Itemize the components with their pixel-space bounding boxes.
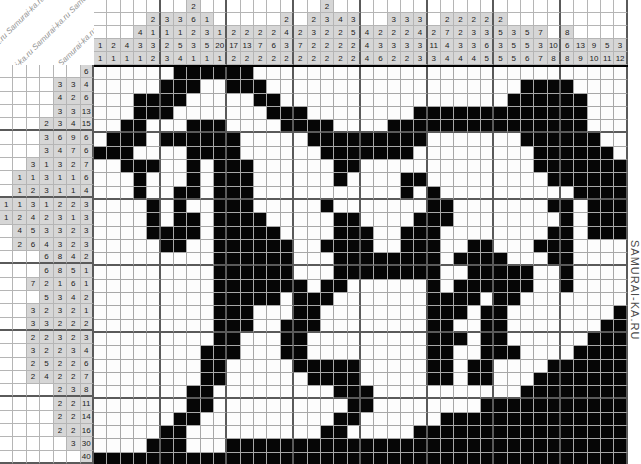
grid-cell-empty[interactable]: [428, 386, 441, 399]
grid-cell-filled[interactable]: [308, 306, 321, 319]
grid-cell-empty[interactable]: [267, 160, 280, 173]
grid-cell-filled[interactable]: [308, 293, 321, 306]
grid-cell-filled[interactable]: [454, 120, 467, 133]
grid-cell-empty[interactable]: [134, 67, 147, 80]
grid-cell-filled[interactable]: [321, 373, 334, 386]
grid-cell-empty[interactable]: [588, 253, 601, 266]
grid-cell-empty[interactable]: [227, 386, 240, 399]
grid-cell-empty[interactable]: [294, 373, 307, 386]
grid-cell-empty[interactable]: [161, 306, 174, 319]
grid-cell-empty[interactable]: [548, 187, 561, 200]
grid-cell-filled[interactable]: [294, 360, 307, 373]
grid-cell-empty[interactable]: [267, 120, 280, 133]
grid-cell-filled[interactable]: [468, 373, 481, 386]
grid-cell-filled[interactable]: [614, 187, 627, 200]
grid-cell-empty[interactable]: [508, 386, 521, 399]
grid-cell-filled[interactable]: [294, 439, 307, 452]
grid-cell-empty[interactable]: [107, 293, 120, 306]
grid-cell-filled[interactable]: [414, 453, 427, 464]
grid-cell-empty[interactable]: [254, 346, 267, 359]
grid-cell-empty[interactable]: [147, 240, 160, 253]
grid-cell-filled[interactable]: [574, 453, 587, 464]
grid-cell-filled[interactable]: [521, 107, 534, 120]
grid-cell-empty[interactable]: [454, 373, 467, 386]
grid-cell-filled[interactable]: [428, 253, 441, 266]
grid-cell-filled[interactable]: [614, 213, 627, 226]
grid-cell-empty[interactable]: [468, 399, 481, 412]
grid-cell-empty[interactable]: [174, 266, 187, 279]
grid-cell-empty[interactable]: [267, 346, 280, 359]
grid-cell-empty[interactable]: [401, 426, 414, 439]
grid-cell-empty[interactable]: [468, 67, 481, 80]
grid-cell-empty[interactable]: [361, 426, 374, 439]
grid-cell-filled[interactable]: [214, 187, 227, 200]
grid-cell-empty[interactable]: [201, 187, 214, 200]
grid-cell-empty[interactable]: [468, 133, 481, 146]
grid-cell-empty[interactable]: [161, 320, 174, 333]
grid-cell-empty[interactable]: [521, 253, 534, 266]
grid-cell-filled[interactable]: [241, 439, 254, 452]
grid-cell-empty[interactable]: [147, 120, 160, 133]
grid-cell-filled[interactable]: [281, 439, 294, 452]
grid-cell-empty[interactable]: [454, 213, 467, 226]
grid-cell-filled[interactable]: [428, 360, 441, 373]
grid-cell-filled[interactable]: [348, 373, 361, 386]
grid-cell-filled[interactable]: [187, 80, 200, 93]
grid-cell-empty[interactable]: [94, 373, 107, 386]
grid-cell-empty[interactable]: [227, 399, 240, 412]
grid-cell-empty[interactable]: [187, 94, 200, 107]
grid-cell-filled[interactable]: [414, 133, 427, 146]
grid-cell-empty[interactable]: [508, 173, 521, 186]
grid-cell-empty[interactable]: [388, 67, 401, 80]
grid-cell-filled[interactable]: [414, 426, 427, 439]
grid-cell-filled[interactable]: [614, 399, 627, 412]
grid-cell-empty[interactable]: [454, 67, 467, 80]
grid-cell-filled[interactable]: [521, 266, 534, 279]
grid-cell-empty[interactable]: [481, 293, 494, 306]
grid-cell-empty[interactable]: [254, 360, 267, 373]
grid-cell-filled[interactable]: [548, 360, 561, 373]
grid-cell-filled[interactable]: [294, 280, 307, 293]
grid-cell-empty[interactable]: [361, 306, 374, 319]
grid-cell-empty[interactable]: [227, 360, 240, 373]
grid-cell-empty[interactable]: [94, 133, 107, 146]
grid-cell-filled[interactable]: [227, 227, 240, 240]
grid-cell-empty[interactable]: [201, 173, 214, 186]
grid-cell-empty[interactable]: [187, 107, 200, 120]
grid-cell-filled[interactable]: [454, 453, 467, 464]
grid-cell-filled[interactable]: [428, 306, 441, 319]
grid-cell-empty[interactable]: [254, 200, 267, 213]
grid-cell-empty[interactable]: [414, 320, 427, 333]
grid-cell-empty[interactable]: [241, 333, 254, 346]
grid-cell-filled[interactable]: [481, 240, 494, 253]
grid-cell-empty[interactable]: [254, 133, 267, 146]
grid-cell-empty[interactable]: [374, 200, 387, 213]
grid-cell-empty[interactable]: [601, 253, 614, 266]
grid-cell-empty[interactable]: [134, 293, 147, 306]
grid-cell-empty[interactable]: [241, 120, 254, 133]
grid-cell-filled[interactable]: [561, 386, 574, 399]
grid-cell-filled[interactable]: [334, 240, 347, 253]
grid-cell-empty[interactable]: [94, 67, 107, 80]
grid-cell-filled[interactable]: [561, 399, 574, 412]
grid-cell-empty[interactable]: [468, 160, 481, 173]
grid-cell-empty[interactable]: [521, 306, 534, 319]
grid-cell-empty[interactable]: [201, 439, 214, 452]
grid-cell-empty[interactable]: [574, 227, 587, 240]
grid-cell-empty[interactable]: [414, 94, 427, 107]
grid-cell-empty[interactable]: [321, 399, 334, 412]
grid-cell-filled[interactable]: [601, 346, 614, 359]
grid-cell-filled[interactable]: [214, 240, 227, 253]
grid-cell-empty[interactable]: [481, 187, 494, 200]
grid-cell-empty[interactable]: [107, 120, 120, 133]
grid-cell-empty[interactable]: [107, 173, 120, 186]
grid-cell-empty[interactable]: [267, 360, 280, 373]
grid-cell-empty[interactable]: [428, 80, 441, 93]
grid-cell-empty[interactable]: [401, 160, 414, 173]
grid-cell-filled[interactable]: [227, 67, 240, 80]
grid-cell-empty[interactable]: [161, 293, 174, 306]
grid-cell-filled[interactable]: [428, 320, 441, 333]
grid-cell-filled[interactable]: [601, 373, 614, 386]
grid-cell-filled[interactable]: [227, 240, 240, 253]
grid-cell-filled[interactable]: [468, 240, 481, 253]
grid-cell-empty[interactable]: [428, 67, 441, 80]
grid-cell-empty[interactable]: [441, 80, 454, 93]
grid-cell-empty[interactable]: [187, 346, 200, 359]
grid-cell-filled[interactable]: [441, 213, 454, 226]
grid-cell-empty[interactable]: [281, 386, 294, 399]
grid-cell-filled[interactable]: [601, 360, 614, 373]
grid-cell-filled[interactable]: [201, 360, 214, 373]
grid-cell-filled[interactable]: [241, 227, 254, 240]
grid-cell-empty[interactable]: [614, 266, 627, 279]
grid-cell-filled[interactable]: [494, 120, 507, 133]
grid-cell-empty[interactable]: [121, 439, 134, 452]
grid-cell-empty[interactable]: [361, 360, 374, 373]
grid-cell-empty[interactable]: [454, 200, 467, 213]
grid-cell-filled[interactable]: [334, 439, 347, 452]
grid-cell-empty[interactable]: [321, 80, 334, 93]
grid-cell-filled[interactable]: [508, 94, 521, 107]
grid-cell-filled[interactable]: [548, 80, 561, 93]
grid-cell-filled[interactable]: [348, 213, 361, 226]
grid-cell-filled[interactable]: [561, 120, 574, 133]
grid-cell-filled[interactable]: [227, 346, 240, 359]
grid-cell-empty[interactable]: [174, 320, 187, 333]
grid-cell-filled[interactable]: [548, 107, 561, 120]
grid-cell-empty[interactable]: [508, 320, 521, 333]
grid-cell-empty[interactable]: [574, 67, 587, 80]
grid-cell-filled[interactable]: [227, 173, 240, 186]
grid-cell-filled[interactable]: [414, 227, 427, 240]
grid-cell-empty[interactable]: [414, 293, 427, 306]
grid-cell-empty[interactable]: [614, 147, 627, 160]
grid-cell-filled[interactable]: [481, 373, 494, 386]
grid-cell-filled[interactable]: [174, 240, 187, 253]
grid-cell-empty[interactable]: [361, 187, 374, 200]
grid-cell-empty[interactable]: [374, 373, 387, 386]
grid-cell-empty[interactable]: [308, 187, 321, 200]
grid-cell-empty[interactable]: [161, 333, 174, 346]
grid-cell-filled[interactable]: [481, 280, 494, 293]
grid-cell-empty[interactable]: [361, 213, 374, 226]
grid-cell-empty[interactable]: [494, 67, 507, 80]
grid-cell-filled[interactable]: [121, 147, 134, 160]
grid-cell-empty[interactable]: [227, 373, 240, 386]
grid-cell-filled[interactable]: [401, 253, 414, 266]
grid-cell-empty[interactable]: [588, 107, 601, 120]
grid-cell-empty[interactable]: [601, 306, 614, 319]
grid-cell-filled[interactable]: [361, 453, 374, 464]
grid-cell-empty[interactable]: [107, 240, 120, 253]
grid-cell-filled[interactable]: [614, 360, 627, 373]
grid-cell-empty[interactable]: [481, 213, 494, 226]
grid-cell-empty[interactable]: [134, 253, 147, 266]
grid-cell-filled[interactable]: [614, 373, 627, 386]
grid-cell-empty[interactable]: [321, 266, 334, 279]
grid-cell-empty[interactable]: [428, 413, 441, 426]
grid-cell-filled[interactable]: [187, 133, 200, 146]
grid-cell-filled[interactable]: [107, 133, 120, 146]
grid-cell-empty[interactable]: [428, 173, 441, 186]
grid-cell-filled[interactable]: [588, 453, 601, 464]
grid-cell-filled[interactable]: [308, 360, 321, 373]
grid-cell-empty[interactable]: [454, 227, 467, 240]
grid-cell-filled[interactable]: [601, 399, 614, 412]
grid-cell-empty[interactable]: [468, 173, 481, 186]
grid-cell-empty[interactable]: [308, 200, 321, 213]
grid-cell-empty[interactable]: [241, 386, 254, 399]
grid-cell-empty[interactable]: [374, 227, 387, 240]
grid-cell-filled[interactable]: [294, 107, 307, 120]
grid-cell-filled[interactable]: [428, 426, 441, 439]
grid-cell-filled[interactable]: [361, 386, 374, 399]
grid-cell-empty[interactable]: [187, 320, 200, 333]
grid-cell-empty[interactable]: [267, 173, 280, 186]
grid-cell-empty[interactable]: [254, 160, 267, 173]
grid-cell-filled[interactable]: [241, 160, 254, 173]
grid-cell-empty[interactable]: [454, 266, 467, 279]
grid-cell-filled[interactable]: [441, 426, 454, 439]
grid-cell-filled[interactable]: [374, 266, 387, 279]
grid-cell-empty[interactable]: [147, 306, 160, 319]
grid-cell-empty[interactable]: [107, 386, 120, 399]
grid-cell-empty[interactable]: [267, 306, 280, 319]
grid-cell-filled[interactable]: [508, 426, 521, 439]
grid-cell-filled[interactable]: [428, 120, 441, 133]
grid-cell-empty[interactable]: [121, 280, 134, 293]
grid-cell-filled[interactable]: [614, 173, 627, 186]
grid-cell-empty[interactable]: [107, 413, 120, 426]
grid-cell-empty[interactable]: [401, 200, 414, 213]
grid-cell-filled[interactable]: [521, 120, 534, 133]
grid-cell-empty[interactable]: [521, 200, 534, 213]
grid-cell-filled[interactable]: [321, 439, 334, 452]
grid-cell-empty[interactable]: [334, 80, 347, 93]
grid-cell-empty[interactable]: [267, 80, 280, 93]
grid-cell-empty[interactable]: [334, 306, 347, 319]
grid-cell-filled[interactable]: [161, 80, 174, 93]
grid-cell-empty[interactable]: [494, 227, 507, 240]
grid-cell-empty[interactable]: [187, 439, 200, 452]
grid-cell-filled[interactable]: [468, 120, 481, 133]
grid-cell-empty[interactable]: [294, 67, 307, 80]
grid-cell-filled[interactable]: [147, 227, 160, 240]
grid-cell-empty[interactable]: [321, 187, 334, 200]
grid-cell-filled[interactable]: [201, 346, 214, 359]
grid-cell-empty[interactable]: [388, 346, 401, 359]
grid-cell-empty[interactable]: [334, 293, 347, 306]
grid-cell-filled[interactable]: [361, 133, 374, 146]
grid-cell-empty[interactable]: [201, 213, 214, 226]
grid-cell-empty[interactable]: [94, 439, 107, 452]
grid-cell-empty[interactable]: [374, 173, 387, 186]
grid-cell-filled[interactable]: [174, 413, 187, 426]
grid-cell-empty[interactable]: [388, 240, 401, 253]
grid-cell-empty[interactable]: [187, 293, 200, 306]
grid-cell-empty[interactable]: [534, 187, 547, 200]
grid-cell-filled[interactable]: [561, 240, 574, 253]
grid-cell-empty[interactable]: [121, 80, 134, 93]
grid-cell-filled[interactable]: [361, 439, 374, 452]
grid-cell-empty[interactable]: [441, 133, 454, 146]
grid-cell-empty[interactable]: [241, 94, 254, 107]
grid-cell-empty[interactable]: [468, 320, 481, 333]
grid-cell-empty[interactable]: [388, 213, 401, 226]
grid-cell-filled[interactable]: [588, 147, 601, 160]
grid-cell-filled[interactable]: [481, 439, 494, 452]
grid-cell-empty[interactable]: [281, 200, 294, 213]
grid-cell-filled[interactable]: [601, 386, 614, 399]
grid-cell-empty[interactable]: [147, 147, 160, 160]
grid-cell-empty[interactable]: [508, 253, 521, 266]
grid-cell-empty[interactable]: [94, 227, 107, 240]
grid-cell-empty[interactable]: [361, 67, 374, 80]
grid-cell-filled[interactable]: [321, 453, 334, 464]
grid-cell-filled[interactable]: [414, 173, 427, 186]
grid-cell-filled[interactable]: [241, 453, 254, 464]
grid-cell-filled[interactable]: [321, 293, 334, 306]
grid-cell-empty[interactable]: [494, 133, 507, 146]
grid-cell-filled[interactable]: [294, 453, 307, 464]
grid-cell-filled[interactable]: [414, 253, 427, 266]
grid-cell-empty[interactable]: [361, 200, 374, 213]
grid-cell-empty[interactable]: [121, 67, 134, 80]
grid-cell-empty[interactable]: [294, 227, 307, 240]
grid-cell-filled[interactable]: [254, 439, 267, 452]
grid-cell-filled[interactable]: [254, 227, 267, 240]
grid-cell-empty[interactable]: [414, 200, 427, 213]
grid-cell-empty[interactable]: [94, 240, 107, 253]
grid-cell-empty[interactable]: [534, 266, 547, 279]
grid-cell-empty[interactable]: [521, 227, 534, 240]
grid-cell-empty[interactable]: [414, 386, 427, 399]
grid-cell-filled[interactable]: [574, 439, 587, 452]
grid-cell-filled[interactable]: [161, 439, 174, 452]
grid-cell-empty[interactable]: [174, 120, 187, 133]
grid-cell-empty[interactable]: [121, 266, 134, 279]
grid-cell-empty[interactable]: [401, 346, 414, 359]
grid-cell-empty[interactable]: [614, 80, 627, 93]
grid-cell-filled[interactable]: [161, 94, 174, 107]
grid-cell-filled[interactable]: [428, 439, 441, 452]
grid-cell-empty[interactable]: [294, 240, 307, 253]
grid-cell-filled[interactable]: [321, 120, 334, 133]
grid-cell-filled[interactable]: [308, 453, 321, 464]
grid-cell-empty[interactable]: [308, 399, 321, 412]
grid-cell-empty[interactable]: [334, 200, 347, 213]
grid-cell-empty[interactable]: [494, 187, 507, 200]
grid-cell-filled[interactable]: [534, 373, 547, 386]
grid-cell-filled[interactable]: [521, 426, 534, 439]
grid-cell-empty[interactable]: [388, 333, 401, 346]
grid-cell-filled[interactable]: [534, 413, 547, 426]
grid-cell-empty[interactable]: [414, 360, 427, 373]
grid-cell-filled[interactable]: [508, 439, 521, 452]
grid-cell-empty[interactable]: [321, 227, 334, 240]
grid-cell-filled[interactable]: [187, 67, 200, 80]
grid-cell-empty[interactable]: [414, 80, 427, 93]
grid-cell-empty[interactable]: [601, 94, 614, 107]
grid-cell-filled[interactable]: [574, 173, 587, 186]
grid-cell-filled[interactable]: [508, 107, 521, 120]
grid-cell-empty[interactable]: [174, 173, 187, 186]
grid-cell-empty[interactable]: [481, 173, 494, 186]
grid-cell-filled[interactable]: [588, 399, 601, 412]
grid-cell-filled[interactable]: [147, 94, 160, 107]
grid-cell-filled[interactable]: [267, 439, 280, 452]
grid-cell-filled[interactable]: [227, 253, 240, 266]
grid-cell-empty[interactable]: [281, 173, 294, 186]
grid-cell-empty[interactable]: [94, 333, 107, 346]
grid-cell-filled[interactable]: [494, 306, 507, 319]
grid-cell-filled[interactable]: [561, 280, 574, 293]
grid-cell-filled[interactable]: [308, 320, 321, 333]
grid-cell-empty[interactable]: [361, 160, 374, 173]
grid-cell-filled[interactable]: [561, 426, 574, 439]
grid-cell-filled[interactable]: [214, 67, 227, 80]
grid-cell-filled[interactable]: [441, 373, 454, 386]
grid-cell-empty[interactable]: [441, 399, 454, 412]
grid-cell-empty[interactable]: [281, 360, 294, 373]
grid-cell-filled[interactable]: [561, 160, 574, 173]
grid-cell-filled[interactable]: [348, 413, 361, 426]
grid-cell-filled[interactable]: [334, 373, 347, 386]
grid-cell-empty[interactable]: [134, 426, 147, 439]
grid-cell-filled[interactable]: [401, 227, 414, 240]
grid-cell-empty[interactable]: [588, 320, 601, 333]
grid-cell-filled[interactable]: [414, 266, 427, 279]
grid-cell-filled[interactable]: [348, 439, 361, 452]
grid-cell-filled[interactable]: [187, 147, 200, 160]
grid-cell-empty[interactable]: [401, 399, 414, 412]
grid-cell-empty[interactable]: [254, 187, 267, 200]
grid-cell-empty[interactable]: [441, 160, 454, 173]
grid-cell-filled[interactable]: [187, 227, 200, 240]
grid-cell-filled[interactable]: [241, 67, 254, 80]
grid-cell-empty[interactable]: [281, 373, 294, 386]
grid-cell-empty[interactable]: [481, 227, 494, 240]
grid-cell-empty[interactable]: [254, 426, 267, 439]
grid-cell-filled[interactable]: [454, 293, 467, 306]
grid-cell-empty[interactable]: [134, 240, 147, 253]
grid-cell-filled[interactable]: [441, 439, 454, 452]
grid-cell-filled[interactable]: [361, 266, 374, 279]
